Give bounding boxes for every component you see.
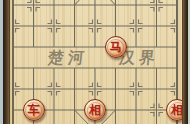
piece-character: 车 — [28, 104, 40, 116]
piece-red-chariot[interactable]: 车 — [23, 99, 45, 121]
xiangqi-board[interactable]: 楚河 汉界 马车相相 — [0, 0, 190, 124]
board-surface[interactable]: 楚河 汉界 马车相相 — [10, 0, 182, 124]
board-frame-left — [3, 0, 10, 124]
piece-red-elephant[interactable]: 相 — [84, 99, 106, 121]
piece-character: 马 — [110, 41, 122, 53]
river-text-left: 楚河 — [46, 47, 88, 68]
piece-red-horse[interactable]: 马 — [105, 36, 127, 58]
window-background-left — [0, 0, 3, 124]
piece-character: 相 — [89, 104, 101, 116]
window-background-right — [188, 0, 190, 124]
